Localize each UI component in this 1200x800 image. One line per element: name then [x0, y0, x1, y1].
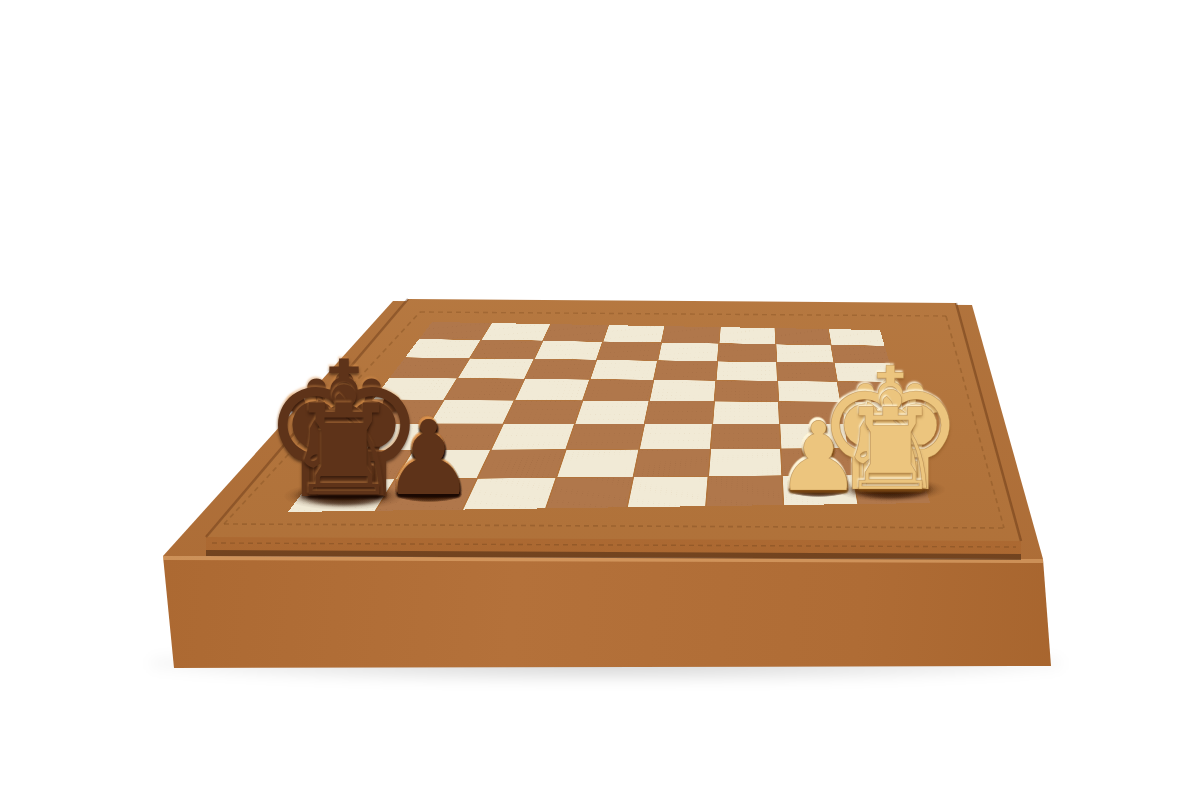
- square-h7[interactable]: [482, 323, 550, 341]
- square-g3[interactable]: [718, 344, 776, 362]
- square-d4[interactable]: [645, 401, 714, 424]
- square-h4[interactable]: [662, 326, 720, 343]
- square-g5[interactable]: [597, 342, 661, 360]
- piece-black-rook-a8[interactable]: ♜: [281, 389, 406, 514]
- square-e6[interactable]: [515, 379, 589, 400]
- square-e7[interactable]: [445, 378, 524, 400]
- square-b5[interactable]: [557, 449, 638, 477]
- square-c5[interactable]: [567, 424, 644, 449]
- square-b4[interactable]: [634, 449, 710, 476]
- square-d3[interactable]: [713, 401, 778, 423]
- square-c4[interactable]: [640, 424, 712, 449]
- square-h5[interactable]: [603, 325, 664, 342]
- square-e5[interactable]: [583, 380, 653, 401]
- square-a4[interactable]: [628, 477, 708, 508]
- square-b6[interactable]: [478, 450, 565, 478]
- square-h3[interactable]: [720, 327, 775, 344]
- square-g6[interactable]: [535, 341, 602, 360]
- square-c6[interactable]: [491, 424, 573, 449]
- piece-white-rook-a1[interactable]: ♜: [834, 394, 947, 507]
- square-f5[interactable]: [590, 360, 657, 380]
- square-d6[interactable]: [504, 401, 582, 424]
- square-g7[interactable]: [471, 340, 542, 359]
- square-f7[interactable]: [458, 358, 533, 378]
- square-d5[interactable]: [575, 401, 648, 424]
- square-e4[interactable]: [650, 380, 716, 401]
- chess-set-photo: ♜♞♝♛♚♝♞♜♟♟♟♟♟♟♟♟♟♟♟♟♟♟♟♟♜♞♝♛♚♝♞♜: [0, 0, 1200, 800]
- square-h6[interactable]: [543, 324, 607, 341]
- square-a5[interactable]: [546, 477, 632, 508]
- square-f6[interactable]: [525, 359, 596, 379]
- square-g4[interactable]: [658, 343, 718, 361]
- square-e3[interactable]: [715, 381, 777, 402]
- square-f4[interactable]: [654, 361, 717, 381]
- square-c3[interactable]: [711, 424, 779, 448]
- square-f3[interactable]: [717, 361, 777, 380]
